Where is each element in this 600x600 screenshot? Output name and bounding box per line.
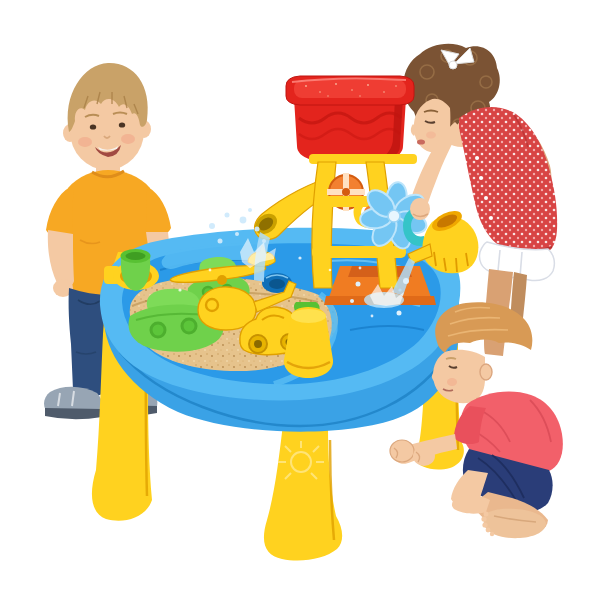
red-bucket bbox=[286, 76, 414, 164]
frame-lower-rung bbox=[312, 246, 406, 258]
right-eye bbox=[119, 122, 125, 127]
squat-boy-cheek bbox=[447, 378, 457, 386]
squat-boy-ear bbox=[480, 364, 492, 380]
pinwheel-hub bbox=[388, 210, 400, 222]
right-cheek bbox=[121, 134, 135, 144]
bucket-lid bbox=[286, 76, 414, 105]
girl-cheek bbox=[426, 132, 436, 139]
scene-illustration bbox=[0, 0, 600, 600]
squat-boy-eyebrow bbox=[446, 358, 456, 359]
squat-boy-fist-right bbox=[413, 446, 435, 466]
left-cheek bbox=[78, 137, 92, 147]
girl-lips bbox=[417, 139, 425, 144]
product-photo-stage bbox=[0, 0, 600, 600]
left-eye bbox=[90, 124, 96, 129]
squat-boy-fist-left bbox=[390, 440, 414, 462]
